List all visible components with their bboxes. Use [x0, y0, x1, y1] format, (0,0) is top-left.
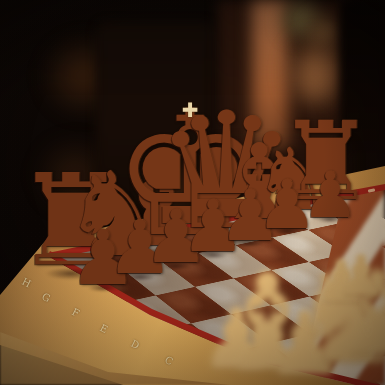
light-pawn-piece: ♟ — [336, 254, 385, 299]
photo-scene: HGFEDC ♜♞♝♚♛♝♞♜♟♟♟♟♟♟♟✚ ♟♝♟♞♝♟♟ — [0, 0, 385, 385]
light-pieces-group: ♟♝♟♞♝♟♟ — [0, 0, 385, 385]
